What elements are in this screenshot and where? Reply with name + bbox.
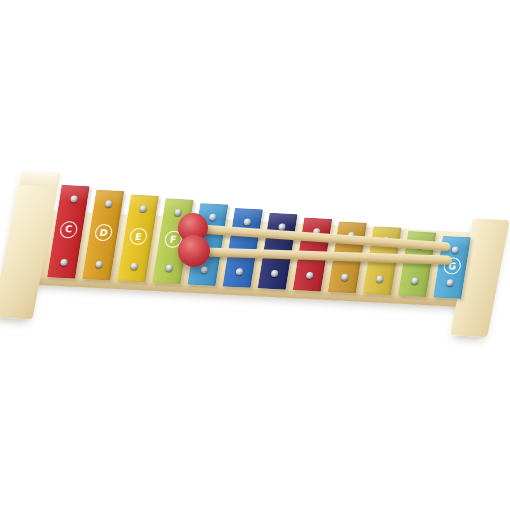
- nail-pin-icon: [243, 218, 251, 225]
- nail-pin-icon: [104, 200, 112, 207]
- nail-pin-icon: [130, 263, 138, 270]
- nail-pin-icon: [139, 205, 147, 212]
- nail-pin-icon: [95, 261, 103, 268]
- nail-pin-icon: [208, 214, 216, 221]
- nail-pin-icon: [200, 266, 208, 273]
- nail-pin-icon: [451, 246, 459, 253]
- note-label: D: [94, 224, 114, 242]
- nail-pin-icon: [410, 277, 418, 284]
- note-label: E: [129, 227, 149, 245]
- nail-pin-icon: [235, 268, 243, 275]
- nail-pin-icon: [340, 274, 348, 281]
- nail-pin-icon: [375, 275, 383, 282]
- nail-pin-icon: [70, 195, 78, 202]
- xylophone: CDEFG: [0, 180, 507, 381]
- nail-pin-icon: [270, 270, 278, 277]
- nail-pin-icon: [59, 259, 67, 266]
- nail-pin-icon: [305, 272, 313, 279]
- photo-background: CDEFG: [0, 0, 510, 510]
- nail-pin-icon: [173, 209, 181, 216]
- note-label: C: [59, 221, 79, 239]
- nail-pin-icon: [446, 279, 454, 286]
- mallet-ball: [178, 235, 210, 267]
- nail-pin-icon: [165, 264, 173, 271]
